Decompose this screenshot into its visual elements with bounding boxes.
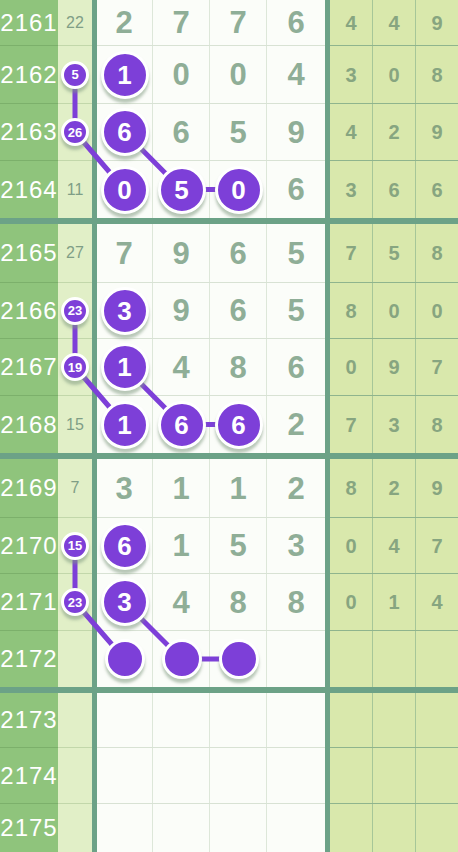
number-ball: 1 bbox=[101, 51, 149, 99]
omit-circle: 26 bbox=[61, 118, 89, 146]
omit-circle: 23 bbox=[61, 588, 89, 616]
number-ball: 0 bbox=[101, 166, 149, 214]
number-ball: 6 bbox=[101, 108, 149, 156]
number-ball: 6 bbox=[158, 401, 206, 449]
number-ball: 1 bbox=[101, 343, 149, 391]
number-ball: 6 bbox=[101, 522, 149, 570]
omit-circle: 15 bbox=[61, 532, 89, 560]
empty-ball bbox=[105, 639, 145, 679]
omit-circle: 5 bbox=[61, 61, 89, 89]
empty-ball bbox=[162, 639, 202, 679]
number-ball: 3 bbox=[101, 287, 149, 335]
number-ball: 0 bbox=[215, 166, 263, 214]
number-ball: 5 bbox=[158, 166, 206, 214]
omit-circle: 19 bbox=[61, 353, 89, 381]
lottery-trend-chart: 2161222776449216200430821636594292164116… bbox=[0, 0, 458, 852]
number-ball: 6 bbox=[215, 401, 263, 449]
number-ball: 3 bbox=[101, 578, 149, 626]
omit-circle: 23 bbox=[61, 297, 89, 325]
empty-ball bbox=[219, 639, 259, 679]
number-ball: 1 bbox=[101, 401, 149, 449]
